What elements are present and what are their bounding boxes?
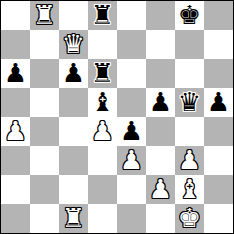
square-d5[interactable]: ♝ [88,88,117,117]
square-g6[interactable] [175,59,204,88]
square-h6[interactable] [204,59,233,88]
square-c4[interactable] [59,117,88,146]
square-a7[interactable] [1,30,30,59]
square-c1[interactable]: ♜ [59,204,88,233]
square-e7[interactable] [117,30,146,59]
square-d1[interactable] [88,204,117,233]
square-g7[interactable] [175,30,204,59]
square-a3[interactable] [1,146,30,175]
square-b3[interactable] [30,146,59,175]
square-f7[interactable] [146,30,175,59]
square-h3[interactable] [204,146,233,175]
square-d6[interactable]: ♜ [88,59,117,88]
black-rook-piece: ♜ [91,59,114,88]
square-f1[interactable] [146,204,175,233]
square-e3[interactable]: ♟ [117,146,146,175]
white-bishop-piece: ♝ [178,175,201,204]
square-b4[interactable] [30,117,59,146]
square-d4[interactable]: ♟ [88,117,117,146]
white-pawn-piece: ♟ [149,175,172,204]
square-d2[interactable] [88,175,117,204]
square-b8[interactable]: ♜ [30,1,59,30]
square-c7[interactable]: ♛ [59,30,88,59]
white-pawn-piece: ♟ [91,117,114,146]
square-h1[interactable] [204,204,233,233]
square-a6[interactable]: ♟ [1,59,30,88]
square-g2[interactable]: ♝ [175,175,204,204]
chess-diagram: ♜♜♚♛♟♟♜♝♟♛♟♟♟♟♟♟♟♝♜♚ [0,0,234,234]
square-h4[interactable] [204,117,233,146]
square-h5[interactable]: ♟ [204,88,233,117]
white-pawn-piece: ♟ [120,146,143,175]
square-e1[interactable] [117,204,146,233]
square-b2[interactable] [30,175,59,204]
square-b5[interactable] [30,88,59,117]
square-f3[interactable] [146,146,175,175]
square-d7[interactable] [88,30,117,59]
black-pawn-piece: ♟ [149,88,172,117]
square-c8[interactable] [59,1,88,30]
square-e2[interactable] [117,175,146,204]
square-f8[interactable] [146,1,175,30]
white-rook-piece: ♜ [33,1,56,30]
square-b6[interactable] [30,59,59,88]
white-king-piece: ♚ [178,204,201,233]
square-e5[interactable] [117,88,146,117]
white-pawn-piece: ♟ [178,146,201,175]
square-g5[interactable]: ♛ [175,88,204,117]
chess-board: ♜♜♚♛♟♟♜♝♟♛♟♟♟♟♟♟♟♝♜♚ [0,0,234,234]
white-pawn-piece: ♟ [4,117,27,146]
white-rook-piece: ♜ [62,204,85,233]
square-h7[interactable] [204,30,233,59]
square-e6[interactable] [117,59,146,88]
square-b1[interactable] [30,204,59,233]
square-a5[interactable] [1,88,30,117]
square-f2[interactable]: ♟ [146,175,175,204]
square-d8[interactable]: ♜ [88,1,117,30]
square-g4[interactable] [175,117,204,146]
square-g1[interactable]: ♚ [175,204,204,233]
square-a8[interactable] [1,1,30,30]
black-bishop-piece: ♝ [91,88,114,117]
square-h8[interactable] [204,1,233,30]
black-king-piece: ♚ [178,1,201,30]
square-d3[interactable] [88,146,117,175]
black-pawn-piece: ♟ [207,88,230,117]
square-h2[interactable] [204,175,233,204]
black-pawn-piece: ♟ [120,117,143,146]
square-c2[interactable] [59,175,88,204]
square-g3[interactable]: ♟ [175,146,204,175]
square-a4[interactable]: ♟ [1,117,30,146]
black-rook-piece: ♜ [91,1,114,30]
square-a2[interactable] [1,175,30,204]
white-queen-piece: ♛ [62,30,85,59]
square-g8[interactable]: ♚ [175,1,204,30]
black-queen-piece: ♛ [178,88,201,117]
black-pawn-piece: ♟ [4,59,27,88]
square-c3[interactable] [59,146,88,175]
square-c5[interactable] [59,88,88,117]
square-f5[interactable]: ♟ [146,88,175,117]
square-f6[interactable] [146,59,175,88]
square-b7[interactable] [30,30,59,59]
square-e4[interactable]: ♟ [117,117,146,146]
square-f4[interactable] [146,117,175,146]
square-a1[interactable] [1,204,30,233]
square-e8[interactable] [117,1,146,30]
black-pawn-piece: ♟ [62,59,85,88]
square-c6[interactable]: ♟ [59,59,88,88]
